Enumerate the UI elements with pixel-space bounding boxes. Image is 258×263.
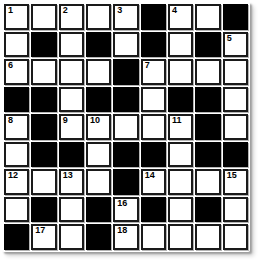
white-cell-r7c1[interactable]: 12 [4, 169, 29, 195]
clue-number: 16 [117, 198, 127, 209]
white-cell-r8c5[interactable]: 16 [113, 197, 138, 223]
white-cell-r5c6[interactable] [141, 114, 166, 140]
white-cell-r4c6[interactable] [141, 87, 166, 113]
white-cell-r6c4[interactable] [86, 142, 111, 168]
clue-number: 5 [227, 33, 232, 44]
black-cell-r4c7 [168, 87, 193, 113]
black-cell-r6c2 [31, 142, 56, 168]
clue-number: 6 [8, 60, 13, 71]
clue-number: 3 [117, 5, 122, 16]
white-cell-r4c3[interactable] [59, 87, 84, 113]
white-cell-r8c3[interactable] [59, 197, 84, 223]
black-cell-r2c4 [86, 32, 111, 58]
clue-number: 11 [172, 115, 182, 126]
white-cell-r2c7[interactable] [168, 32, 193, 58]
white-cell-r3c8[interactable] [195, 59, 220, 85]
white-cell-r1c1[interactable]: 1 [4, 4, 29, 30]
clue-number: 10 [90, 115, 100, 126]
black-cell-r6c6 [141, 142, 166, 168]
white-cell-r8c9[interactable] [223, 197, 248, 223]
black-cell-r2c8 [195, 32, 220, 58]
white-cell-r7c9[interactable]: 15 [223, 169, 248, 195]
white-cell-r1c7[interactable]: 4 [168, 4, 193, 30]
black-cell-r8c2 [31, 197, 56, 223]
white-cell-r7c2[interactable] [31, 169, 56, 195]
black-cell-r5c8 [195, 114, 220, 140]
white-cell-r7c3[interactable]: 13 [59, 169, 84, 195]
black-cell-r4c8 [195, 87, 220, 113]
black-cell-r9c1 [4, 224, 29, 250]
black-cell-r4c1 [4, 87, 29, 113]
black-cell-r8c8 [195, 197, 220, 223]
black-cell-r9c4 [86, 224, 111, 250]
white-cell-r1c5[interactable]: 3 [113, 4, 138, 30]
black-cell-r2c6 [141, 32, 166, 58]
clue-number: 12 [8, 170, 18, 181]
clue-number: 15 [227, 170, 237, 181]
black-cell-r3c5 [113, 59, 138, 85]
white-cell-r9c7[interactable] [168, 224, 193, 250]
black-cell-r2c2 [31, 32, 56, 58]
clue-number: 13 [63, 170, 73, 181]
white-cell-r3c4[interactable] [86, 59, 111, 85]
black-cell-r4c4 [86, 87, 111, 113]
white-cell-r2c3[interactable] [59, 32, 84, 58]
black-cell-r4c2 [31, 87, 56, 113]
white-cell-r3c7[interactable] [168, 59, 193, 85]
black-cell-r4c5 [113, 87, 138, 113]
white-cell-r1c3[interactable]: 2 [59, 4, 84, 30]
black-cell-r5c2 [31, 114, 56, 140]
white-cell-r9c3[interactable] [59, 224, 84, 250]
white-cell-r5c1[interactable]: 8 [4, 114, 29, 140]
white-cell-r7c8[interactable] [195, 169, 220, 195]
white-cell-r1c2[interactable] [31, 4, 56, 30]
clue-number: 8 [8, 115, 13, 126]
white-cell-r8c1[interactable] [4, 197, 29, 223]
white-cell-r5c9[interactable] [223, 114, 248, 140]
black-cell-r8c4 [86, 197, 111, 223]
white-cell-r3c6[interactable]: 7 [141, 59, 166, 85]
clue-number: 4 [172, 5, 177, 16]
black-cell-r6c3 [59, 142, 84, 168]
white-cell-r5c5[interactable] [113, 114, 138, 140]
white-cell-r2c9[interactable]: 5 [223, 32, 248, 58]
black-cell-r6c8 [195, 142, 220, 168]
white-cell-r3c3[interactable] [59, 59, 84, 85]
crossword-board: 123456789101112131415161718 [2, 2, 250, 252]
white-cell-r6c7[interactable] [168, 142, 193, 168]
white-cell-r8c7[interactable] [168, 197, 193, 223]
white-cell-r9c9[interactable] [223, 224, 248, 250]
white-cell-r3c9[interactable] [223, 59, 248, 85]
white-cell-r9c8[interactable] [195, 224, 220, 250]
white-cell-r5c3[interactable]: 9 [59, 114, 84, 140]
clue-number: 18 [117, 225, 127, 236]
clue-number: 17 [35, 225, 45, 236]
white-cell-r9c6[interactable] [141, 224, 166, 250]
white-cell-r7c6[interactable]: 14 [141, 169, 166, 195]
clue-number: 14 [145, 170, 155, 181]
white-cell-r2c5[interactable] [113, 32, 138, 58]
white-cell-r1c4[interactable] [86, 4, 111, 30]
white-cell-r7c7[interactable] [168, 169, 193, 195]
black-cell-r1c6 [141, 4, 166, 30]
clue-number: 1 [8, 5, 13, 16]
white-cell-r5c7[interactable]: 11 [168, 114, 193, 140]
white-cell-r3c2[interactable] [31, 59, 56, 85]
white-cell-r9c5[interactable]: 18 [113, 224, 138, 250]
white-cell-r1c8[interactable] [195, 4, 220, 30]
white-cell-r6c1[interactable] [4, 142, 29, 168]
page-background: 123456789101112131415161718 [0, 0, 258, 263]
white-cell-r4c9[interactable] [223, 87, 248, 113]
white-cell-r7c4[interactable] [86, 169, 111, 195]
clue-number: 9 [63, 115, 68, 126]
clue-number: 7 [145, 60, 150, 71]
black-cell-r6c9 [223, 142, 248, 168]
black-cell-r1c9 [223, 4, 248, 30]
black-cell-r8c6 [141, 197, 166, 223]
black-cell-r7c5 [113, 169, 138, 195]
white-cell-r2c1[interactable] [4, 32, 29, 58]
clue-number: 2 [63, 5, 68, 16]
black-cell-r6c5 [113, 142, 138, 168]
white-cell-r3c1[interactable]: 6 [4, 59, 29, 85]
white-cell-r5c4[interactable]: 10 [86, 114, 111, 140]
white-cell-r9c2[interactable]: 17 [31, 224, 56, 250]
